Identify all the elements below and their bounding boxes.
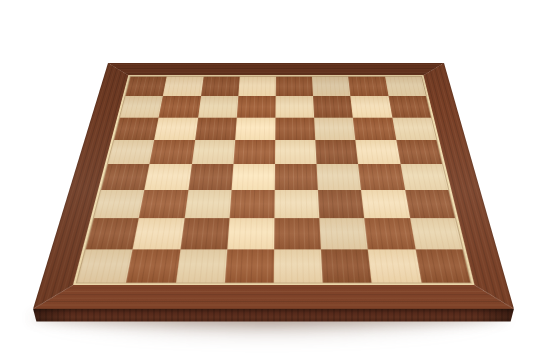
square-e2: [274, 219, 321, 250]
board-squares: [77, 77, 470, 283]
square-f7: [313, 96, 353, 117]
square-e5: [275, 140, 317, 164]
square-c5: [191, 140, 234, 164]
square-f3: [318, 190, 365, 218]
square-a5: [108, 140, 155, 164]
square-a8: [126, 77, 167, 97]
square-b5: [150, 140, 195, 164]
square-e4: [275, 164, 318, 190]
square-d1: [225, 249, 274, 282]
square-g3: [361, 190, 409, 218]
square-g8: [348, 77, 388, 97]
square-e6: [275, 117, 315, 140]
square-e1: [274, 249, 323, 282]
square-f6: [314, 117, 355, 140]
square-g2: [365, 219, 416, 250]
square-a4: [101, 164, 150, 190]
square-h5: [396, 140, 442, 164]
square-f2: [320, 219, 369, 250]
square-c2: [180, 219, 229, 250]
scene: [0, 0, 533, 355]
square-h3: [405, 190, 455, 218]
square-g4: [358, 164, 404, 190]
square-a7: [120, 96, 163, 117]
square-a6: [114, 117, 159, 140]
square-b7: [159, 96, 201, 117]
square-c3: [184, 190, 231, 218]
square-c1: [176, 249, 228, 282]
square-d4: [231, 164, 275, 190]
square-e7: [275, 96, 314, 117]
square-g6: [353, 117, 396, 140]
square-d8: [238, 77, 276, 97]
square-d2: [227, 219, 274, 250]
square-c8: [201, 77, 240, 97]
square-b1: [126, 249, 180, 282]
square-f1: [321, 249, 372, 282]
square-c7: [198, 96, 238, 117]
square-a3: [94, 190, 145, 218]
square-c6: [195, 117, 237, 140]
square-h4: [400, 164, 448, 190]
square-b6: [155, 117, 198, 140]
square-h8: [385, 77, 426, 97]
square-b3: [139, 190, 188, 218]
board-frame-near: [33, 282, 514, 309]
square-g1: [368, 249, 421, 282]
square-h2: [410, 219, 462, 250]
square-b4: [145, 164, 192, 190]
square-f8: [312, 77, 351, 97]
square-g5: [356, 140, 401, 164]
square-e3: [274, 190, 319, 218]
board-front-edge: [33, 309, 514, 322]
square-f5: [315, 140, 358, 164]
square-g7: [351, 96, 392, 117]
square-d6: [235, 117, 275, 140]
square-c4: [188, 164, 233, 190]
chess-board: [33, 63, 514, 309]
square-d7: [237, 96, 276, 117]
square-h7: [388, 96, 431, 117]
square-h6: [392, 117, 436, 140]
square-h1: [415, 249, 470, 282]
square-e8: [276, 77, 314, 97]
square-a2: [86, 219, 139, 250]
square-d3: [229, 190, 274, 218]
square-f4: [317, 164, 362, 190]
square-a1: [77, 249, 133, 282]
square-d5: [233, 140, 275, 164]
square-b8: [163, 77, 203, 97]
square-b2: [133, 219, 184, 250]
